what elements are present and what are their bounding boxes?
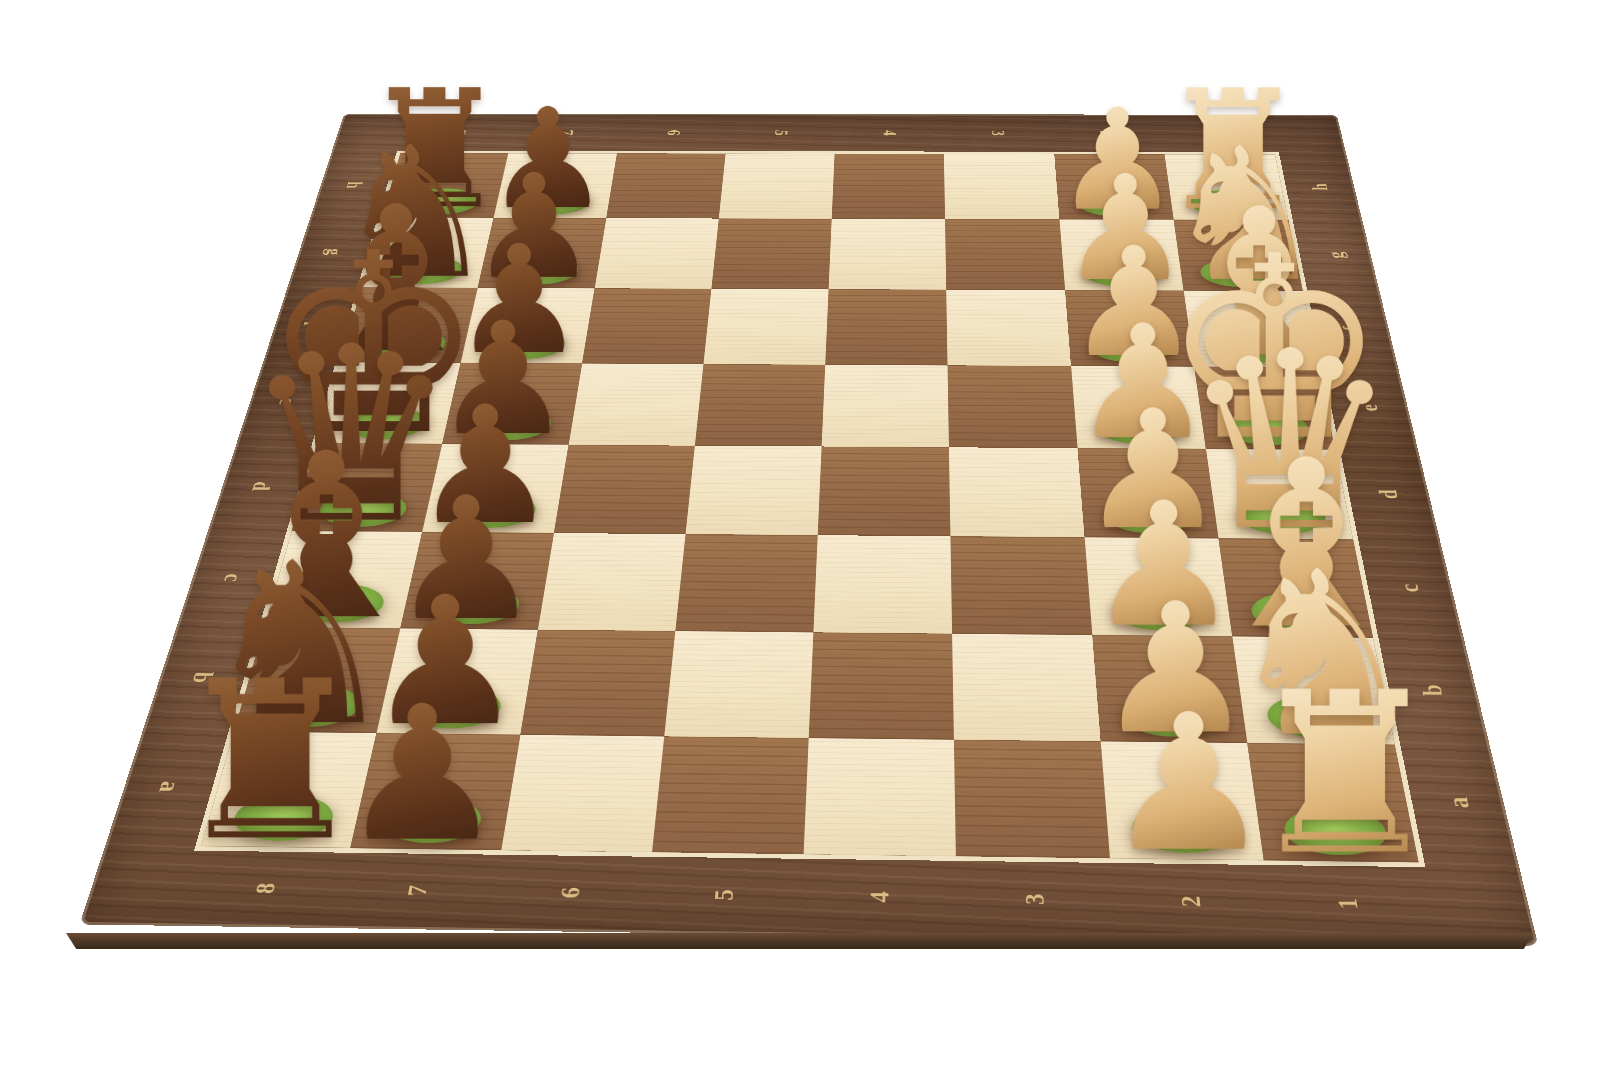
file-label-left-c-text: c xyxy=(218,573,249,581)
file-label-left-f-text: f xyxy=(298,321,325,326)
square-f3 xyxy=(946,289,1070,365)
square-c3 xyxy=(951,536,1092,634)
piece-black-pawn-a7: ♟ xyxy=(338,682,505,868)
file-label-left-b-text: b xyxy=(186,672,219,683)
square-e3 xyxy=(948,365,1077,448)
square-e4 xyxy=(822,365,949,448)
rank-label-top-4-text: 4 xyxy=(879,130,901,135)
square-h6 xyxy=(606,153,726,218)
piece-white-rook-a1: ♜ xyxy=(1245,663,1445,886)
rank-label-bottom-3-text: 3 xyxy=(1019,893,1051,905)
file-label-right-c-text: c xyxy=(1394,584,1426,593)
rank-label-top-2-text: 2 xyxy=(1095,130,1118,136)
square-d5 xyxy=(685,446,821,536)
square-d6 xyxy=(554,445,695,534)
square-c6 xyxy=(538,533,686,631)
chess-board: ♜♟♟♜♞♟♟♞♝♟♟♝♚♟♟♚♛♟♟♛♝♟♟♝♞♟♟♞♜♟♟♜ hhggffe… xyxy=(80,114,1539,946)
square-g6 xyxy=(594,218,718,288)
square-a1: ♜ xyxy=(1247,743,1418,862)
rank-label-top-5-text: 5 xyxy=(770,130,792,135)
square-c4 xyxy=(813,535,952,633)
file-label-right-b-text: b xyxy=(1415,684,1449,696)
square-g4 xyxy=(829,219,947,290)
rank-label-top-6-text: 6 xyxy=(663,130,686,135)
square-b4 xyxy=(809,632,954,739)
rank-label-bottom-7-text: 7 xyxy=(401,885,434,897)
file-label-right-f-text: f xyxy=(1338,326,1365,331)
square-f4 xyxy=(825,289,947,365)
square-f5 xyxy=(703,289,828,365)
file-label-right-a-text: a xyxy=(1440,797,1475,809)
file-label-right-g-text: g xyxy=(1322,252,1349,259)
file-label-right-d-text: d xyxy=(1373,489,1404,499)
file-label-left-h-text: h xyxy=(342,181,368,188)
square-g3 xyxy=(945,219,1064,290)
square-d4 xyxy=(818,446,951,536)
square-a7: ♟ xyxy=(351,733,520,850)
square-h3 xyxy=(944,154,1059,220)
rank-label-top-3-text: 3 xyxy=(987,130,1009,136)
file-label-left-e-text: e xyxy=(273,398,302,405)
square-a4 xyxy=(804,738,957,856)
rank-label-bottom-5-text: 5 xyxy=(708,889,740,901)
square-c5 xyxy=(675,534,818,632)
rank-label-bottom-2-text: 2 xyxy=(1175,896,1208,908)
file-label-right-h-text: h xyxy=(1307,183,1333,190)
board-playing-area: ♜♟♟♜♞♟♟♞♝♟♟♝♚♟♟♚♛♟♟♛♝♟♟♝♞♟♟♞♜♟♟♜ xyxy=(194,151,1425,867)
square-d3 xyxy=(949,447,1084,537)
rank-label-bottom-1-text: 1 xyxy=(1331,898,1365,910)
file-label-right-e-text: e xyxy=(1355,404,1384,411)
square-b3 xyxy=(952,633,1100,741)
square-a2: ♟ xyxy=(1100,741,1263,860)
rank-label-bottom-8-text: 8 xyxy=(248,883,282,895)
square-h4 xyxy=(832,154,946,219)
rank-label-top-8-text: 8 xyxy=(448,130,471,135)
rank-label-top-1-text: 1 xyxy=(1204,131,1227,137)
file-label-left-a-text: a xyxy=(152,781,187,792)
file-label-left-d-text: d xyxy=(246,481,276,491)
rank-label-top-7-text: 7 xyxy=(555,130,578,135)
square-b6 xyxy=(520,629,675,736)
rank-label-bottom-6-text: 6 xyxy=(554,887,587,899)
board-front-edge xyxy=(66,933,1534,949)
chess-set-product-photo: ♜♟♟♜♞♟♟♞♝♟♟♝♚♟♟♚♛♟♟♛♝♟♟♝♞♟♟♞♜♟♟♜ hhggffe… xyxy=(0,0,1600,1067)
square-e5 xyxy=(695,364,826,446)
rank-label-bottom-4-text: 4 xyxy=(863,891,895,903)
square-e6 xyxy=(568,363,703,445)
square-b5 xyxy=(664,631,813,738)
file-label-left-g-text: g xyxy=(320,248,347,255)
square-g5 xyxy=(711,219,831,289)
square-h5 xyxy=(719,154,835,219)
square-a5 xyxy=(652,736,809,854)
square-a6 xyxy=(501,735,664,852)
square-f6 xyxy=(582,288,711,364)
square-a3 xyxy=(954,740,1109,859)
